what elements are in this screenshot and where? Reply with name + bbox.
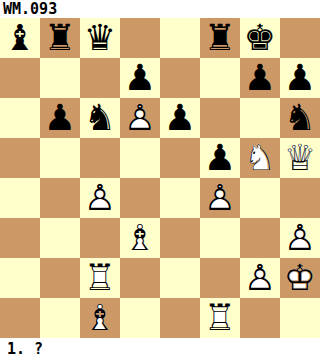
square-d5[interactable]	[120, 138, 160, 178]
chess-board: ♝♜♛♜♚♟♟♟♟♞♟♙♟♞♟♞♘♛♕♟♙♟♙♝♗♟♙♜♖♟♙♚♔♝♗♜♖	[0, 18, 320, 338]
square-d4[interactable]	[120, 178, 160, 218]
square-b8[interactable]: ♜	[40, 18, 80, 58]
square-d8[interactable]	[120, 18, 160, 58]
square-f7[interactable]	[200, 58, 240, 98]
square-a8[interactable]: ♝	[0, 18, 40, 58]
square-f5[interactable]: ♟	[200, 138, 240, 178]
piece-black-pawn: ♟	[160, 98, 200, 138]
square-f4[interactable]: ♟♙	[200, 178, 240, 218]
square-g2[interactable]: ♟♙	[240, 258, 280, 298]
piece-black-knight: ♞	[80, 98, 120, 138]
piece-black-pawn: ♟	[120, 58, 160, 98]
piece-black-pawn: ♟	[40, 98, 80, 138]
square-g8[interactable]: ♚	[240, 18, 280, 58]
piece-black-pawn: ♟	[240, 58, 280, 98]
square-b2[interactable]	[40, 258, 80, 298]
piece-white-pawn: ♟♙	[280, 218, 320, 258]
square-h8[interactable]	[280, 18, 320, 58]
piece-white-bishop: ♝♗	[80, 298, 120, 338]
square-h3[interactable]: ♟♙	[280, 218, 320, 258]
piece-black-king: ♚	[240, 18, 280, 58]
square-g6[interactable]	[240, 98, 280, 138]
square-e4[interactable]	[160, 178, 200, 218]
square-d2[interactable]	[120, 258, 160, 298]
square-c1[interactable]: ♝♗	[80, 298, 120, 338]
square-b7[interactable]	[40, 58, 80, 98]
square-h6[interactable]: ♞	[280, 98, 320, 138]
square-c5[interactable]	[80, 138, 120, 178]
square-h5[interactable]: ♛♕	[280, 138, 320, 178]
piece-black-pawn: ♟	[280, 58, 320, 98]
square-e3[interactable]	[160, 218, 200, 258]
square-e6[interactable]: ♟	[160, 98, 200, 138]
square-c8[interactable]: ♛	[80, 18, 120, 58]
piece-white-king: ♚♔	[280, 258, 320, 298]
puzzle-title: WM.093	[3, 0, 57, 18]
square-b4[interactable]	[40, 178, 80, 218]
square-e7[interactable]	[160, 58, 200, 98]
square-g7[interactable]: ♟	[240, 58, 280, 98]
square-d3[interactable]: ♝♗	[120, 218, 160, 258]
piece-white-pawn: ♟♙	[80, 178, 120, 218]
square-f1[interactable]: ♜♖	[200, 298, 240, 338]
square-d7[interactable]: ♟	[120, 58, 160, 98]
piece-white-bishop: ♝♗	[120, 218, 160, 258]
square-e8[interactable]	[160, 18, 200, 58]
square-h2[interactable]: ♚♔	[280, 258, 320, 298]
square-a2[interactable]	[0, 258, 40, 298]
square-g5[interactable]: ♞♘	[240, 138, 280, 178]
square-g1[interactable]	[240, 298, 280, 338]
square-g4[interactable]	[240, 178, 280, 218]
square-g3[interactable]	[240, 218, 280, 258]
square-e1[interactable]	[160, 298, 200, 338]
square-a6[interactable]	[0, 98, 40, 138]
piece-white-pawn: ♟♙	[120, 98, 160, 138]
piece-white-rook: ♜♖	[80, 258, 120, 298]
square-c2[interactable]: ♜♖	[80, 258, 120, 298]
piece-black-bishop: ♝	[0, 18, 40, 58]
square-a1[interactable]	[0, 298, 40, 338]
square-a3[interactable]	[0, 218, 40, 258]
square-f2[interactable]	[200, 258, 240, 298]
square-b1[interactable]	[40, 298, 80, 338]
piece-black-pawn: ♟	[200, 138, 240, 178]
square-a4[interactable]	[0, 178, 40, 218]
piece-black-rook: ♜	[40, 18, 80, 58]
piece-white-rook: ♜♖	[200, 298, 240, 338]
square-b3[interactable]	[40, 218, 80, 258]
square-d6[interactable]: ♟♙	[120, 98, 160, 138]
square-c3[interactable]	[80, 218, 120, 258]
chess-puzzle-page: WM.093 ♝♜♛♜♚♟♟♟♟♞♟♙♟♞♟♞♘♛♕♟♙♟♙♝♗♟♙♜♖♟♙♚♔…	[0, 0, 320, 360]
piece-black-rook: ♜	[200, 18, 240, 58]
square-d1[interactable]	[120, 298, 160, 338]
square-f8[interactable]: ♜	[200, 18, 240, 58]
square-f6[interactable]	[200, 98, 240, 138]
square-f3[interactable]	[200, 218, 240, 258]
square-c7[interactable]	[80, 58, 120, 98]
square-a5[interactable]	[0, 138, 40, 178]
piece-white-pawn: ♟♙	[200, 178, 240, 218]
square-h7[interactable]: ♟	[280, 58, 320, 98]
square-e2[interactable]	[160, 258, 200, 298]
move-prompt: 1. ?	[7, 338, 43, 360]
square-h1[interactable]	[280, 298, 320, 338]
piece-white-pawn: ♟♙	[240, 258, 280, 298]
piece-black-knight: ♞	[280, 98, 320, 138]
piece-black-queen: ♛	[80, 18, 120, 58]
square-e5[interactable]	[160, 138, 200, 178]
square-h4[interactable]	[280, 178, 320, 218]
square-a7[interactable]	[0, 58, 40, 98]
piece-white-knight: ♞♘	[240, 138, 280, 178]
piece-white-queen: ♛♕	[280, 138, 320, 178]
square-c6[interactable]: ♞	[80, 98, 120, 138]
square-b6[interactable]: ♟	[40, 98, 80, 138]
square-c4[interactable]: ♟♙	[80, 178, 120, 218]
square-b5[interactable]	[40, 138, 80, 178]
